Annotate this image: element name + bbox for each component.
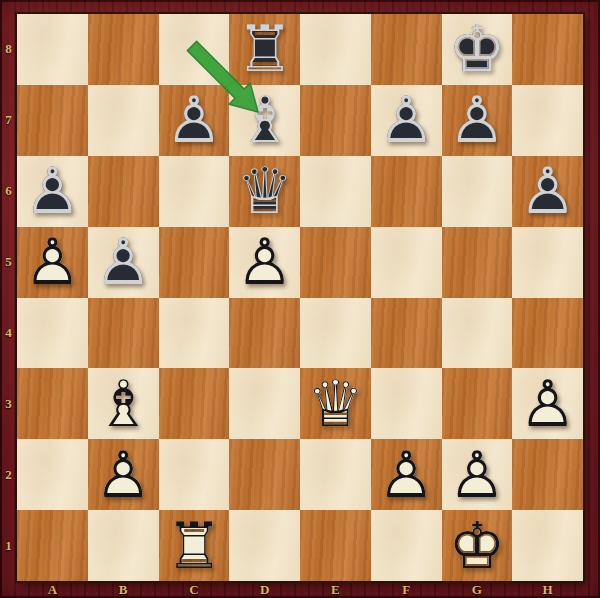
square-e7[interactable] — [300, 85, 371, 156]
square-d4[interactable] — [229, 298, 300, 369]
white-pawn[interactable]: ♟♙ — [88, 439, 159, 510]
black-pawn-outline: ♙ — [442, 85, 513, 156]
square-a8[interactable] — [17, 14, 88, 85]
square-a6[interactable]: ♟♙ — [17, 156, 88, 227]
white-pawn[interactable]: ♟♙ — [17, 227, 88, 298]
square-d1[interactable] — [229, 510, 300, 581]
white-rook-outline: ♖ — [159, 510, 230, 581]
square-b7[interactable] — [88, 85, 159, 156]
black-pawn[interactable]: ♟♙ — [159, 85, 230, 156]
white-pawn-outline: ♙ — [229, 227, 300, 298]
square-c6[interactable] — [159, 156, 230, 227]
rank-label-4: 4 — [0, 298, 17, 369]
black-pawn[interactable]: ♟♙ — [88, 227, 159, 298]
rank-label-5: 5 — [0, 227, 17, 298]
file-label-e: E — [300, 581, 371, 598]
square-d7[interactable]: ♝♗ — [229, 85, 300, 156]
square-b6[interactable] — [88, 156, 159, 227]
square-b5[interactable]: ♟♙ — [88, 227, 159, 298]
black-rook-outline: ♖ — [229, 14, 300, 85]
square-b1[interactable] — [88, 510, 159, 581]
black-pawn-outline: ♙ — [88, 227, 159, 298]
black-pawn[interactable]: ♟♙ — [442, 85, 513, 156]
rank-label-6: 6 — [0, 156, 17, 227]
square-b8[interactable] — [88, 14, 159, 85]
black-pawn-outline: ♙ — [159, 85, 230, 156]
square-g1[interactable]: ♚♔ — [442, 510, 513, 581]
square-f4[interactable] — [371, 298, 442, 369]
black-pawn[interactable]: ♟♙ — [371, 85, 442, 156]
square-h1[interactable] — [512, 510, 583, 581]
square-c7[interactable]: ♟♙ — [159, 85, 230, 156]
rank-label-2: 2 — [0, 439, 17, 510]
square-g3[interactable] — [442, 368, 513, 439]
square-g5[interactable] — [442, 227, 513, 298]
square-f3[interactable] — [371, 368, 442, 439]
square-g6[interactable] — [442, 156, 513, 227]
white-king[interactable]: ♚♔ — [442, 510, 513, 581]
square-g4[interactable] — [442, 298, 513, 369]
black-rook[interactable]: ♜♖ — [229, 14, 300, 85]
square-g7[interactable]: ♟♙ — [442, 85, 513, 156]
rank-label-3: 3 — [0, 368, 17, 439]
square-e6[interactable] — [300, 156, 371, 227]
black-king[interactable]: ♚♔ — [442, 14, 513, 85]
square-c3[interactable] — [159, 368, 230, 439]
file-label-b: B — [88, 581, 159, 598]
white-queen[interactable]: ♛♕ — [300, 368, 371, 439]
black-king-outline: ♔ — [442, 14, 513, 85]
square-d3[interactable] — [229, 368, 300, 439]
black-pawn[interactable]: ♟♙ — [512, 156, 583, 227]
square-a3[interactable] — [17, 368, 88, 439]
file-label-h: H — [512, 581, 583, 598]
square-h5[interactable] — [512, 227, 583, 298]
white-rook[interactable]: ♜♖ — [159, 510, 230, 581]
square-h3[interactable]: ♟♙ — [512, 368, 583, 439]
black-pawn-outline: ♙ — [17, 156, 88, 227]
black-bishop-outline: ♗ — [229, 85, 300, 156]
square-g2[interactable]: ♟♙ — [442, 439, 513, 510]
square-d8[interactable]: ♜♖ — [229, 14, 300, 85]
white-king-outline: ♔ — [442, 510, 513, 581]
white-pawn-outline: ♙ — [88, 439, 159, 510]
square-h4[interactable] — [512, 298, 583, 369]
square-f6[interactable] — [371, 156, 442, 227]
square-c1[interactable]: ♜♖ — [159, 510, 230, 581]
square-d2[interactable] — [229, 439, 300, 510]
rank-label-8: 8 — [0, 14, 17, 85]
black-pawn[interactable]: ♟♙ — [17, 156, 88, 227]
square-f1[interactable] — [371, 510, 442, 581]
square-f7[interactable]: ♟♙ — [371, 85, 442, 156]
square-f5[interactable] — [371, 227, 442, 298]
chess-board: ♜♖♚♔♟♙♝♗♟♙♟♙♟♙♛♕♟♙♟♙♟♙♟♙♝♗♛♕♟♙♟♙♟♙♟♙♜♖♚♔ — [17, 14, 583, 581]
black-queen-outline: ♕ — [229, 156, 300, 227]
square-e8[interactable] — [300, 14, 371, 85]
white-pawn[interactable]: ♟♙ — [229, 227, 300, 298]
white-pawn-outline: ♙ — [442, 439, 513, 510]
white-queen-outline: ♕ — [300, 368, 371, 439]
white-pawn-outline: ♙ — [512, 368, 583, 439]
black-pawn-outline: ♙ — [512, 156, 583, 227]
black-queen[interactable]: ♛♕ — [229, 156, 300, 227]
square-f2[interactable]: ♟♙ — [371, 439, 442, 510]
square-c8[interactable] — [159, 14, 230, 85]
square-b4[interactable] — [88, 298, 159, 369]
white-pawn-outline: ♙ — [371, 439, 442, 510]
black-pawn-outline: ♙ — [371, 85, 442, 156]
white-bishop-outline: ♗ — [88, 368, 159, 439]
square-b2[interactable]: ♟♙ — [88, 439, 159, 510]
square-a7[interactable] — [17, 85, 88, 156]
square-f8[interactable] — [371, 14, 442, 85]
square-d5[interactable]: ♟♙ — [229, 227, 300, 298]
square-h8[interactable] — [512, 14, 583, 85]
rank-label-1: 1 — [0, 510, 17, 581]
chess-app-window: ♜♖♚♔♟♙♝♗♟♙♟♙♟♙♛♕♟♙♟♙♟♙♟♙♝♗♛♕♟♙♟♙♟♙♟♙♜♖♚♔… — [0, 0, 600, 598]
rank-label-7: 7 — [0, 85, 17, 156]
file-label-c: C — [159, 581, 230, 598]
file-label-a: A — [17, 581, 88, 598]
white-pawn[interactable]: ♟♙ — [371, 439, 442, 510]
square-d6[interactable]: ♛♕ — [229, 156, 300, 227]
file-label-g: G — [442, 581, 513, 598]
square-g8[interactable]: ♚♔ — [442, 14, 513, 85]
file-label-d: D — [229, 581, 300, 598]
square-a4[interactable] — [17, 298, 88, 369]
square-e3[interactable]: ♛♕ — [300, 368, 371, 439]
square-a2[interactable] — [17, 439, 88, 510]
square-a5[interactable]: ♟♙ — [17, 227, 88, 298]
square-h2[interactable] — [512, 439, 583, 510]
square-e2[interactable] — [300, 439, 371, 510]
square-c5[interactable] — [159, 227, 230, 298]
square-e1[interactable] — [300, 510, 371, 581]
square-c2[interactable] — [159, 439, 230, 510]
square-h6[interactable]: ♟♙ — [512, 156, 583, 227]
square-h7[interactable] — [512, 85, 583, 156]
white-pawn-outline: ♙ — [17, 227, 88, 298]
white-pawn[interactable]: ♟♙ — [512, 368, 583, 439]
white-pawn[interactable]: ♟♙ — [442, 439, 513, 510]
square-e5[interactable] — [300, 227, 371, 298]
file-label-f: F — [371, 581, 442, 598]
square-c4[interactable] — [159, 298, 230, 369]
white-bishop[interactable]: ♝♗ — [88, 368, 159, 439]
black-bishop[interactable]: ♝♗ — [229, 85, 300, 156]
square-e4[interactable] — [300, 298, 371, 369]
square-a1[interactable] — [17, 510, 88, 581]
square-b3[interactable]: ♝♗ — [88, 368, 159, 439]
